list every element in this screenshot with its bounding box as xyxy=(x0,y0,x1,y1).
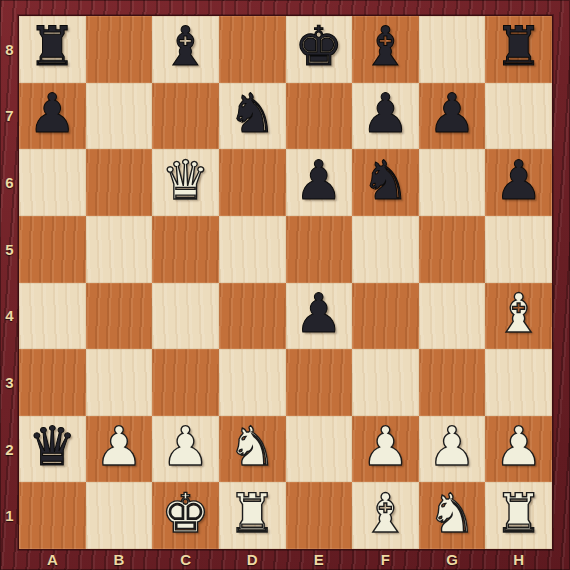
square-f5[interactable] xyxy=(352,216,419,283)
square-g3[interactable] xyxy=(419,349,486,416)
square-b4[interactable] xyxy=(86,283,153,350)
rank-label-4: 4 xyxy=(0,283,19,350)
square-a2[interactable]: ♛ xyxy=(19,416,86,483)
square-b8[interactable] xyxy=(86,16,153,83)
square-e5[interactable] xyxy=(286,216,353,283)
square-h6[interactable]: ♟ xyxy=(485,149,552,216)
piece-white-pawn[interactable]: ♟ xyxy=(161,420,209,478)
square-a4[interactable] xyxy=(19,283,86,350)
piece-black-pawn[interactable]: ♟ xyxy=(494,154,542,212)
square-b5[interactable] xyxy=(86,216,153,283)
piece-white-queen[interactable]: ♛ xyxy=(161,154,209,212)
square-g6[interactable] xyxy=(419,149,486,216)
square-h3[interactable] xyxy=(485,349,552,416)
square-b2[interactable]: ♟ xyxy=(86,416,153,483)
square-f6[interactable]: ♞ xyxy=(352,149,419,216)
square-f1[interactable]: ♝ xyxy=(352,482,419,549)
file-label-h: H xyxy=(485,549,552,570)
square-d7[interactable]: ♞ xyxy=(219,83,286,150)
piece-black-queen[interactable]: ♛ xyxy=(28,420,76,478)
file-label-g: G xyxy=(419,549,486,570)
square-a8[interactable]: ♜ xyxy=(19,16,86,83)
square-h8[interactable]: ♜ xyxy=(485,16,552,83)
square-g7[interactable]: ♟ xyxy=(419,83,486,150)
square-e7[interactable] xyxy=(286,83,353,150)
file-label-a: A xyxy=(19,549,86,570)
square-d6[interactable] xyxy=(219,149,286,216)
piece-black-pawn[interactable]: ♟ xyxy=(28,87,76,145)
square-c8[interactable]: ♝ xyxy=(152,16,219,83)
piece-white-rook[interactable]: ♜ xyxy=(228,487,276,545)
square-d5[interactable] xyxy=(219,216,286,283)
square-d8[interactable] xyxy=(219,16,286,83)
square-e4[interactable]: ♟ xyxy=(286,283,353,350)
rank-labels: 87654321 xyxy=(0,16,19,549)
rank-label-2: 2 xyxy=(0,416,19,483)
piece-black-king[interactable]: ♚ xyxy=(295,20,343,78)
file-label-e: E xyxy=(286,549,353,570)
square-d1[interactable]: ♜ xyxy=(219,482,286,549)
file-labels: ABCDEFGH xyxy=(19,549,552,570)
piece-black-pawn[interactable]: ♟ xyxy=(295,154,343,212)
square-g5[interactable] xyxy=(419,216,486,283)
square-h2[interactable]: ♟ xyxy=(485,416,552,483)
square-g2[interactable]: ♟ xyxy=(419,416,486,483)
piece-white-knight[interactable]: ♞ xyxy=(228,420,276,478)
square-g8[interactable] xyxy=(419,16,486,83)
piece-black-rook[interactable]: ♜ xyxy=(28,20,76,78)
file-label-b: B xyxy=(86,549,153,570)
square-e1[interactable] xyxy=(286,482,353,549)
square-g4[interactable] xyxy=(419,283,486,350)
square-f8[interactable]: ♝ xyxy=(352,16,419,83)
rank-label-1: 1 xyxy=(0,482,19,549)
piece-black-bishop[interactable]: ♝ xyxy=(161,20,209,78)
file-label-f: F xyxy=(352,549,419,570)
piece-white-rook[interactable]: ♜ xyxy=(494,487,542,545)
square-c7[interactable] xyxy=(152,83,219,150)
square-f2[interactable]: ♟ xyxy=(352,416,419,483)
square-e2[interactable] xyxy=(286,416,353,483)
square-f7[interactable]: ♟ xyxy=(352,83,419,150)
piece-white-bishop[interactable]: ♝ xyxy=(494,287,542,345)
rank-label-7: 7 xyxy=(0,83,19,150)
piece-black-pawn[interactable]: ♟ xyxy=(361,87,409,145)
piece-white-bishop[interactable]: ♝ xyxy=(361,487,409,545)
piece-white-pawn[interactable]: ♟ xyxy=(361,420,409,478)
square-b1[interactable] xyxy=(86,482,153,549)
square-a1[interactable] xyxy=(19,482,86,549)
square-f4[interactable] xyxy=(352,283,419,350)
rank-label-8: 8 xyxy=(0,16,19,83)
square-h4[interactable]: ♝ xyxy=(485,283,552,350)
piece-black-rook[interactable]: ♜ xyxy=(494,20,542,78)
piece-black-pawn[interactable]: ♟ xyxy=(428,87,476,145)
square-h1[interactable]: ♜ xyxy=(485,482,552,549)
square-b7[interactable] xyxy=(86,83,153,150)
square-g1[interactable]: ♞ xyxy=(419,482,486,549)
rank-label-6: 6 xyxy=(0,149,19,216)
square-h5[interactable] xyxy=(485,216,552,283)
file-label-c: C xyxy=(152,549,219,570)
square-e6[interactable]: ♟ xyxy=(286,149,353,216)
piece-black-knight[interactable]: ♞ xyxy=(228,87,276,145)
square-c2[interactable]: ♟ xyxy=(152,416,219,483)
square-a3[interactable] xyxy=(19,349,86,416)
piece-black-pawn[interactable]: ♟ xyxy=(295,287,343,345)
piece-white-knight[interactable]: ♞ xyxy=(428,487,476,545)
file-label-d: D xyxy=(219,549,286,570)
rank-label-3: 3 xyxy=(0,349,19,416)
square-a7[interactable]: ♟ xyxy=(19,83,86,150)
square-b3[interactable] xyxy=(86,349,153,416)
piece-white-pawn[interactable]: ♟ xyxy=(428,420,476,478)
piece-black-bishop[interactable]: ♝ xyxy=(361,20,409,78)
square-c5[interactable] xyxy=(152,216,219,283)
square-a6[interactable] xyxy=(19,149,86,216)
square-d4[interactable] xyxy=(219,283,286,350)
rank-label-5: 5 xyxy=(0,216,19,283)
square-c4[interactable] xyxy=(152,283,219,350)
piece-white-pawn[interactable]: ♟ xyxy=(95,420,143,478)
piece-white-king[interactable]: ♚ xyxy=(161,487,209,545)
chess-board-frame: 87654321 ABCDEFGH ♜♝♚♝♜♟♞♟♟♛♟♞♟♟♝♛♟♟♞♟♟♟… xyxy=(0,0,570,570)
square-d2[interactable]: ♞ xyxy=(219,416,286,483)
square-f3[interactable] xyxy=(352,349,419,416)
square-c3[interactable] xyxy=(152,349,219,416)
square-b6[interactable] xyxy=(86,149,153,216)
square-h7[interactable] xyxy=(485,83,552,150)
square-a5[interactable] xyxy=(19,216,86,283)
square-d3[interactable] xyxy=(219,349,286,416)
piece-white-pawn[interactable]: ♟ xyxy=(494,420,542,478)
square-e8[interactable]: ♚ xyxy=(286,16,353,83)
square-e3[interactable] xyxy=(286,349,353,416)
square-c1[interactable]: ♚ xyxy=(152,482,219,549)
chess-board: ♜♝♚♝♜♟♞♟♟♛♟♞♟♟♝♛♟♟♞♟♟♟♚♜♝♞♜ xyxy=(19,16,552,549)
square-c6[interactable]: ♛ xyxy=(152,149,219,216)
piece-black-knight[interactable]: ♞ xyxy=(361,154,409,212)
